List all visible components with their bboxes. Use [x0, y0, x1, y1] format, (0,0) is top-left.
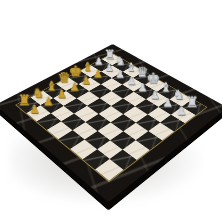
- square-g5: [135, 114, 160, 131]
- silver-king-piece: ♚: [147, 71, 161, 86]
- silver-pawn-piece: ♟: [95, 57, 104, 67]
- silver-pawn-piece: ♟: [127, 76, 136, 86]
- silver-pawn-piece: ♟: [150, 90, 160, 101]
- silver-pawn-piece: ♟: [115, 69, 124, 79]
- silver-knight-piece: ♞: [173, 88, 184, 101]
- silver-pawn-piece: ♟: [176, 105, 186, 116]
- gold-pawn-piece: ♟: [70, 82, 79, 93]
- silver-bishop-piece: ♝: [160, 81, 171, 94]
- silver-knight-piece: ♞: [115, 55, 125, 67]
- silver-pawn-piece: ♟: [163, 98, 173, 109]
- scene: ♜♞♝♛♚♝♞♜♟♟♟♟♟♟♟♟♝♟♚♟♛♟♝♟♞♟♜♟: [0, 0, 222, 222]
- square-d4: [87, 98, 111, 113]
- gold-pawn-piece: ♟: [94, 69, 103, 79]
- square-e1: [58, 130, 84, 148]
- gold-queen-piece: ♛: [58, 71, 71, 85]
- silver-rook-piece: ♜: [104, 49, 115, 61]
- board-grid: ♜♞♝♛♚♝♞♜♟♟♟♟♟♟♟♟♝♟♚♟♛♟♝♟♞♟♜♟: [15, 53, 207, 182]
- silver-rook-piece: ♜: [185, 95, 198, 109]
- gold-bishop-piece: ♝: [46, 80, 57, 92]
- silver-pawn-piece: ♟: [138, 83, 148, 94]
- product-photo: ♜♞♝♛♚♝♞♜♟♟♟♟♟♟♟♟♝♟♚♟♛♟♝♟♞♟♜♟: [0, 0, 222, 222]
- gold-bishop-piece: ♝: [83, 61, 94, 73]
- silver-bishop-piece: ♝: [125, 61, 136, 73]
- gold-pawn-piece: ♟: [57, 89, 67, 100]
- square-h6: [160, 115, 185, 132]
- gold-pawn-piece: ♟: [30, 104, 40, 115]
- silver-pawn-piece: ♟: [105, 63, 114, 73]
- square-h7: ♟: [171, 107, 195, 123]
- chess-board: ♜♞♝♛♚♝♞♜♟♟♟♟♟♟♟♟♝♟♚♟♛♟♝♟♞♟♜♟: [0, 44, 222, 202]
- gold-pawn-piece: ♟: [44, 96, 54, 107]
- square-e6: [123, 92, 146, 107]
- gold-pawn-piece: ♟: [82, 75, 91, 85]
